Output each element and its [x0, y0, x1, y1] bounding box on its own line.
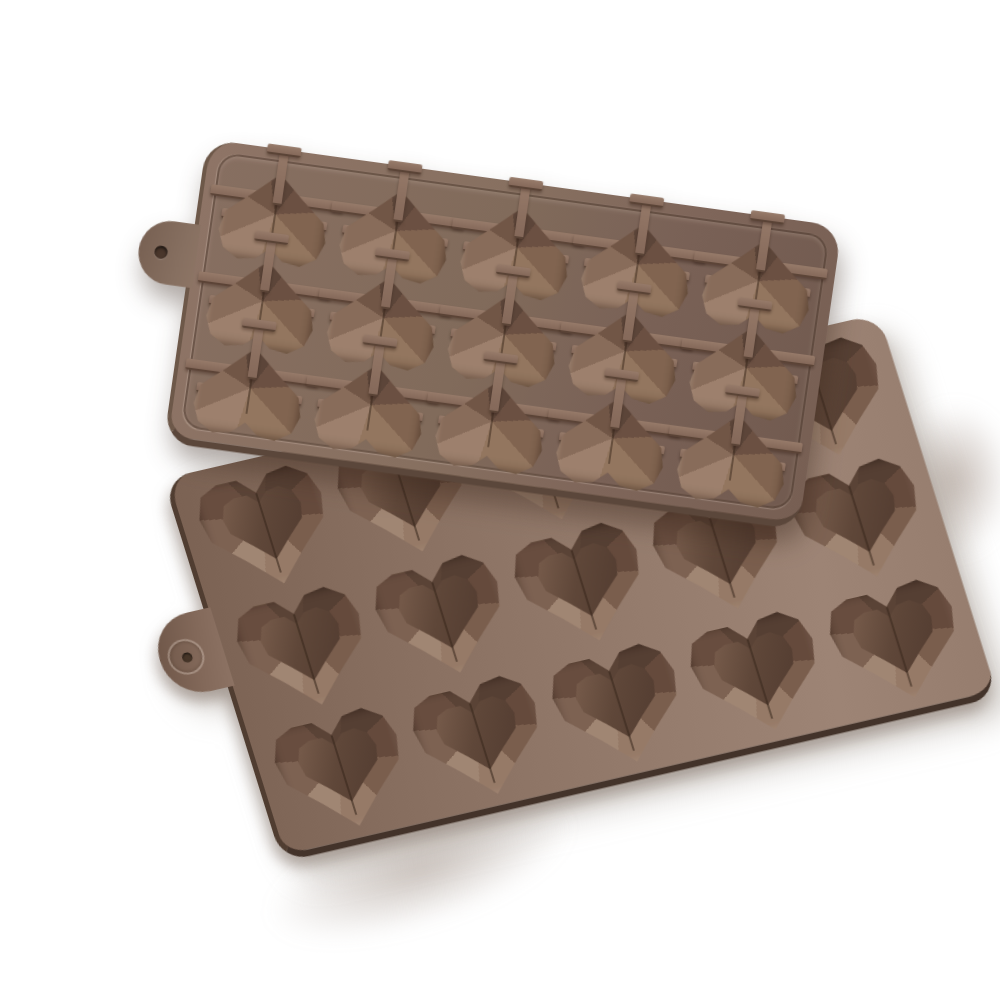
bump-field	[211, 140, 842, 227]
tab-ring	[163, 636, 209, 678]
heart-cavity	[399, 666, 562, 812]
heart-cavity	[816, 570, 979, 716]
heart-cavity	[362, 545, 525, 691]
heart-bump-face	[671, 404, 796, 514]
heart-bump	[671, 404, 796, 514]
vent-cap	[387, 160, 422, 175]
bottom-mold-tab	[148, 607, 235, 700]
vent-cap	[750, 210, 785, 225]
vent-cap	[508, 177, 543, 192]
heart-bump	[429, 371, 554, 481]
tab-hole	[181, 652, 194, 664]
heart-bump-face	[308, 354, 433, 464]
heart-bump-face	[429, 371, 554, 481]
vent-cap	[629, 193, 664, 208]
heart-bump	[187, 338, 312, 448]
photo-canvas: Two brown food-grade silicone chocolate …	[0, 0, 1000, 1000]
heart-bump-face	[187, 338, 312, 448]
top-mold-tab	[134, 217, 201, 288]
heart-bump-face	[550, 388, 675, 498]
heart-cavity	[539, 634, 702, 780]
heart-cavity	[223, 577, 386, 723]
vent-cap	[267, 143, 302, 158]
tab-hole	[154, 245, 169, 260]
heart-bump	[550, 388, 675, 498]
heart-cavity	[186, 456, 349, 602]
heart-cavity	[261, 698, 424, 844]
heart-cavity	[677, 602, 840, 748]
heart-cavity	[501, 513, 664, 659]
heart-bump	[308, 354, 433, 464]
